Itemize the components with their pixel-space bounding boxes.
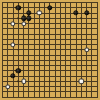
black-stone [84,10,89,15]
grid-line-horizontal [2,97,98,98]
black-stone [16,68,21,73]
star-point [49,17,51,19]
black-stone [16,5,21,10]
white-stone [79,79,84,84]
star-point [49,80,51,82]
grid-line-horizontal [2,55,98,56]
grid-line-vertical [70,2,71,98]
grid-line-horizontal [2,65,98,66]
star-point [80,49,82,51]
go-board-grid [2,2,98,98]
grid-line-vertical [65,2,66,98]
star-point [49,49,51,51]
white-stone [21,21,26,26]
white-stone [10,42,15,47]
white-stone [10,21,15,26]
grid-line-horizontal [2,76,98,77]
grid-line-horizontal [2,60,98,61]
black-stone [73,10,78,15]
grid-line-vertical [91,2,92,98]
star-point [17,80,19,82]
white-stone [84,47,89,52]
grid-line-vertical [55,2,56,98]
grid-line-horizontal [2,91,98,92]
white-stone [37,10,42,15]
white-stone [5,84,10,89]
grid-line-vertical [76,2,77,98]
star-point [17,17,19,19]
black-stone [47,5,52,10]
grid-line-horizontal [2,86,98,87]
grid-line-vertical [60,2,61,98]
go-board[interactable] [0,0,100,100]
black-stone [10,73,15,78]
white-stone [21,79,26,84]
star-point [17,49,19,51]
grid-line-vertical [97,2,98,98]
star-point [80,17,82,19]
black-stone [26,16,31,21]
